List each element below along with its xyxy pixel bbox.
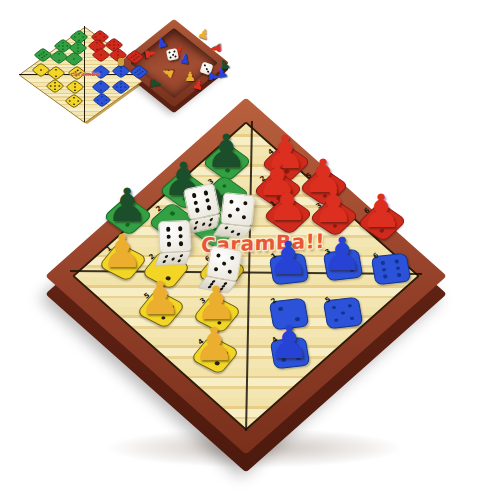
- pawn-blue[interactable]: ♟: [268, 319, 309, 365]
- pawn-green[interactable]: ♟: [205, 128, 246, 174]
- tray-pawn-blue[interactable]: ♟: [155, 35, 170, 51]
- tray-pawn-green[interactable]: ♟: [149, 77, 164, 91]
- pawn-red[interactable]: ♟: [312, 183, 353, 229]
- tray-pawn-yellow[interactable]: ♟: [196, 26, 211, 42]
- die-top-face: [158, 220, 192, 254]
- mini-board-logo: caramba: [56, 70, 114, 77]
- pawn-blue[interactable]: ♟: [321, 231, 362, 277]
- tray-pawn-red[interactable]: ♟: [143, 47, 158, 61]
- tray-pawn-blue[interactable]: ♟: [178, 51, 192, 66]
- die-3[interactable]: [158, 220, 192, 267]
- pawn-yellow[interactable]: ♟: [101, 228, 142, 274]
- tray-pawn-red[interactable]: ♟: [209, 42, 223, 55]
- die-top-face: [220, 192, 255, 227]
- pawn-blue[interactable]: ♟: [267, 235, 308, 281]
- product-photo-scene: caramba ♟♟♟♟♟♟♟♟♟♟♟♟♟ CaramBa!! ♟♟3♟24♟2…: [0, 0, 493, 500]
- pawn-yellow[interactable]: ♟: [139, 275, 180, 321]
- pawn-red[interactable]: ♟: [266, 181, 307, 227]
- tray-die-1[interactable]: [165, 47, 178, 60]
- pawn-yellow[interactable]: ♟: [193, 321, 234, 367]
- pawn-green[interactable]: ♟: [106, 182, 147, 228]
- die-front-face: [154, 251, 192, 267]
- tray-pawn-red[interactable]: ♟: [191, 77, 206, 93]
- tray-pawn-blue[interactable]: ♟: [207, 70, 221, 83]
- tray-clasp-icon: [118, 58, 124, 66]
- pawn-red[interactable]: ♟: [360, 188, 401, 234]
